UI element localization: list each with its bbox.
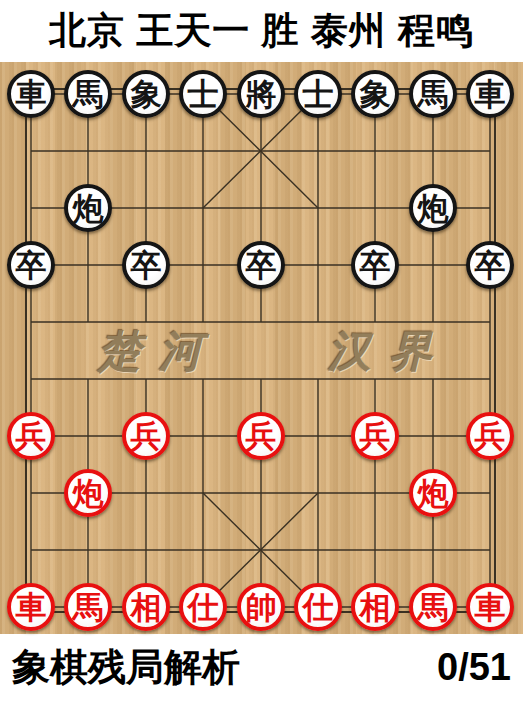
piece-red-advisor[interactable]: 仕	[179, 583, 227, 631]
piece-red-horse[interactable]: 馬	[64, 583, 112, 631]
piece-red-horse[interactable]: 馬	[409, 583, 457, 631]
piece-red-cannon[interactable]: 炮	[64, 469, 112, 517]
piece-black-general[interactable]: 將	[237, 70, 285, 118]
piece-red-elephant[interactable]: 相	[122, 583, 170, 631]
piece-red-advisor[interactable]: 仕	[294, 583, 342, 631]
piece-black-cannon[interactable]: 炮	[64, 184, 112, 232]
piece-red-chariot[interactable]: 車	[466, 583, 514, 631]
piece-red-soldier[interactable]: 兵	[7, 412, 55, 460]
piece-red-soldier[interactable]: 兵	[466, 412, 514, 460]
river-label-chu-he: 楚河	[80, 330, 220, 373]
piece-red-chariot[interactable]: 車	[7, 583, 55, 631]
piece-black-soldier[interactable]: 卒	[7, 241, 55, 289]
piece-black-advisor[interactable]: 士	[294, 70, 342, 118]
piece-black-soldier[interactable]: 卒	[466, 241, 514, 289]
piece-black-chariot[interactable]: 車	[466, 70, 514, 118]
piece-black-elephant[interactable]: 象	[122, 70, 170, 118]
match-title: 北京 王天一 胜 泰州 程鸣	[49, 6, 474, 56]
piece-black-horse[interactable]: 馬	[64, 70, 112, 118]
piece-black-soldier[interactable]: 卒	[122, 241, 170, 289]
piece-red-soldier[interactable]: 兵	[237, 412, 285, 460]
river-label-han-jie: 汉界	[310, 330, 450, 373]
piece-red-general[interactable]: 帥	[237, 583, 285, 631]
app-title: 象棋残局解析	[12, 642, 240, 693]
piece-black-elephant[interactable]: 象	[351, 70, 399, 118]
move-counter: 0/51	[437, 646, 511, 689]
piece-red-soldier[interactable]: 兵	[351, 412, 399, 460]
piece-red-cannon[interactable]: 炮	[409, 469, 457, 517]
xiangqi-board[interactable]: 楚河 汉界 車馬象士將士象馬車炮炮卒卒卒卒卒兵兵兵兵兵炮炮車馬相仕帥仕相馬車	[0, 62, 523, 634]
piece-black-cannon[interactable]: 炮	[409, 184, 457, 232]
footer-bar: 象棋残局解析 0/51	[0, 634, 523, 701]
piece-black-advisor[interactable]: 士	[179, 70, 227, 118]
piece-black-soldier[interactable]: 卒	[237, 241, 285, 289]
piece-black-soldier[interactable]: 卒	[351, 241, 399, 289]
piece-red-elephant[interactable]: 相	[351, 583, 399, 631]
piece-black-horse[interactable]: 馬	[409, 70, 457, 118]
piece-red-soldier[interactable]: 兵	[122, 412, 170, 460]
match-title-bar: 北京 王天一 胜 泰州 程鸣	[0, 0, 523, 62]
piece-black-chariot[interactable]: 車	[7, 70, 55, 118]
